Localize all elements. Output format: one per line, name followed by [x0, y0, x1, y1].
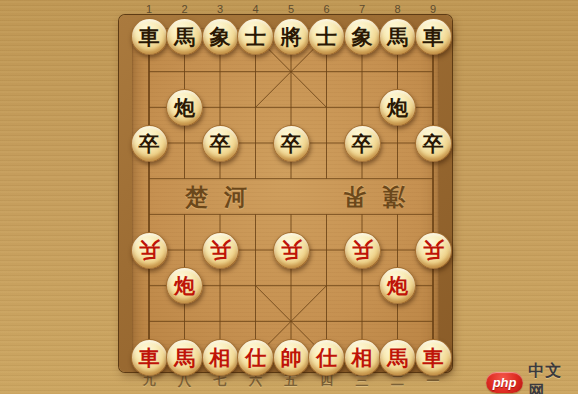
piece-black-soldier[interactable]: 卒 — [344, 125, 381, 162]
php-logo-text: php — [493, 376, 517, 389]
piece-glyph: 象 — [210, 26, 231, 47]
piece-glyph: 相 — [210, 347, 231, 368]
piece-red-chariot[interactable]: 車 — [131, 339, 168, 376]
piece-glyph: 兵 — [423, 240, 444, 261]
piece-red-soldier[interactable]: 兵 — [344, 232, 381, 269]
piece-glyph: 馬 — [387, 347, 408, 368]
piece-glyph: 馬 — [174, 347, 195, 368]
piece-glyph: 士 — [316, 26, 337, 47]
piece-black-soldier[interactable]: 卒 — [202, 125, 239, 162]
piece-black-soldier[interactable]: 卒 — [131, 125, 168, 162]
piece-black-elephant[interactable]: 象 — [344, 18, 381, 55]
piece-glyph: 車 — [423, 26, 444, 47]
piece-black-soldier[interactable]: 卒 — [415, 125, 452, 162]
river-label-chu-he: 楚河 — [169, 182, 263, 213]
file-label-bottom-9: 一 — [427, 374, 440, 388]
piece-glyph: 兵 — [352, 240, 373, 261]
piece-red-soldier[interactable]: 兵 — [131, 232, 168, 269]
piece-glyph: 卒 — [281, 133, 302, 154]
piece-black-horse[interactable]: 馬 — [379, 18, 416, 55]
piece-black-chariot[interactable]: 車 — [131, 18, 168, 55]
file-label-bottom-8: 二 — [391, 374, 404, 388]
piece-red-cannon[interactable]: 炮 — [166, 267, 203, 304]
piece-glyph: 馬 — [174, 26, 195, 47]
piece-red-soldier[interactable]: 兵 — [202, 232, 239, 269]
piece-glyph: 士 — [245, 26, 266, 47]
piece-black-advisor[interactable]: 士 — [308, 18, 345, 55]
piece-red-soldier[interactable]: 兵 — [415, 232, 452, 269]
piece-black-elephant[interactable]: 象 — [202, 18, 239, 55]
piece-glyph: 炮 — [174, 97, 195, 118]
piece-red-general[interactable]: 帥 — [273, 339, 310, 376]
piece-glyph: 象 — [352, 26, 373, 47]
piece-glyph: 車 — [139, 26, 160, 47]
piece-glyph: 車 — [423, 347, 444, 368]
site-name-text: 中文网 — [528, 361, 578, 394]
file-label-bottom-7: 三 — [356, 374, 369, 388]
file-label-top-2: 2 — [181, 3, 187, 15]
file-label-top-5: 5 — [288, 3, 294, 15]
piece-black-cannon[interactable]: 炮 — [166, 89, 203, 126]
piece-glyph: 相 — [352, 347, 373, 368]
file-label-top-3: 3 — [217, 3, 223, 15]
piece-glyph: 車 — [139, 347, 160, 368]
piece-glyph: 炮 — [387, 275, 408, 296]
piece-glyph: 卒 — [139, 133, 160, 154]
file-label-bottom-5: 五 — [285, 374, 298, 388]
river-label-han-jie: 漢界 — [327, 181, 421, 212]
piece-glyph: 帥 — [281, 347, 302, 368]
piece-glyph: 卒 — [352, 133, 373, 154]
piece-red-cannon[interactable]: 炮 — [379, 267, 416, 304]
piece-glyph: 卒 — [210, 133, 231, 154]
piece-red-elephant[interactable]: 相 — [344, 339, 381, 376]
file-label-bottom-2: 八 — [178, 374, 191, 388]
piece-glyph: 仕 — [316, 347, 337, 368]
piece-black-cannon[interactable]: 炮 — [379, 89, 416, 126]
file-label-top-6: 6 — [323, 3, 329, 15]
piece-black-chariot[interactable]: 車 — [415, 18, 452, 55]
file-label-top-8: 8 — [394, 3, 400, 15]
file-label-top-7: 7 — [359, 3, 365, 15]
file-label-bottom-3: 七 — [214, 374, 227, 388]
file-label-bottom-4: 六 — [249, 374, 262, 388]
file-label-top-4: 4 — [252, 3, 258, 15]
piece-glyph: 卒 — [423, 133, 444, 154]
site-watermark: php 中文网 — [486, 361, 578, 394]
piece-black-soldier[interactable]: 卒 — [273, 125, 310, 162]
file-label-top-1: 1 — [146, 3, 152, 15]
piece-red-horse[interactable]: 馬 — [379, 339, 416, 376]
file-label-top-9: 9 — [430, 3, 436, 15]
php-logo-badge: php — [486, 372, 523, 393]
file-label-bottom-6: 四 — [320, 374, 333, 388]
piece-red-elephant[interactable]: 相 — [202, 339, 239, 376]
piece-black-general[interactable]: 將 — [273, 18, 310, 55]
piece-glyph: 馬 — [387, 26, 408, 47]
piece-glyph: 炮 — [174, 275, 195, 296]
piece-black-advisor[interactable]: 士 — [237, 18, 274, 55]
piece-glyph: 兵 — [281, 240, 302, 261]
piece-glyph: 將 — [281, 26, 302, 47]
file-label-bottom-1: 九 — [143, 374, 156, 388]
piece-glyph: 仕 — [245, 347, 266, 368]
xiangqi-app: 123456789 九八七六五四三二一 楚河 漢界 車馬象士將士象馬車炮炮卒卒卒… — [0, 0, 578, 394]
piece-red-advisor[interactable]: 仕 — [237, 339, 274, 376]
piece-red-advisor[interactable]: 仕 — [308, 339, 345, 376]
piece-red-chariot[interactable]: 車 — [415, 339, 452, 376]
piece-red-soldier[interactable]: 兵 — [273, 232, 310, 269]
piece-red-horse[interactable]: 馬 — [166, 339, 203, 376]
piece-glyph: 炮 — [387, 97, 408, 118]
piece-glyph: 兵 — [210, 240, 231, 261]
piece-glyph: 兵 — [139, 240, 160, 261]
piece-black-horse[interactable]: 馬 — [166, 18, 203, 55]
